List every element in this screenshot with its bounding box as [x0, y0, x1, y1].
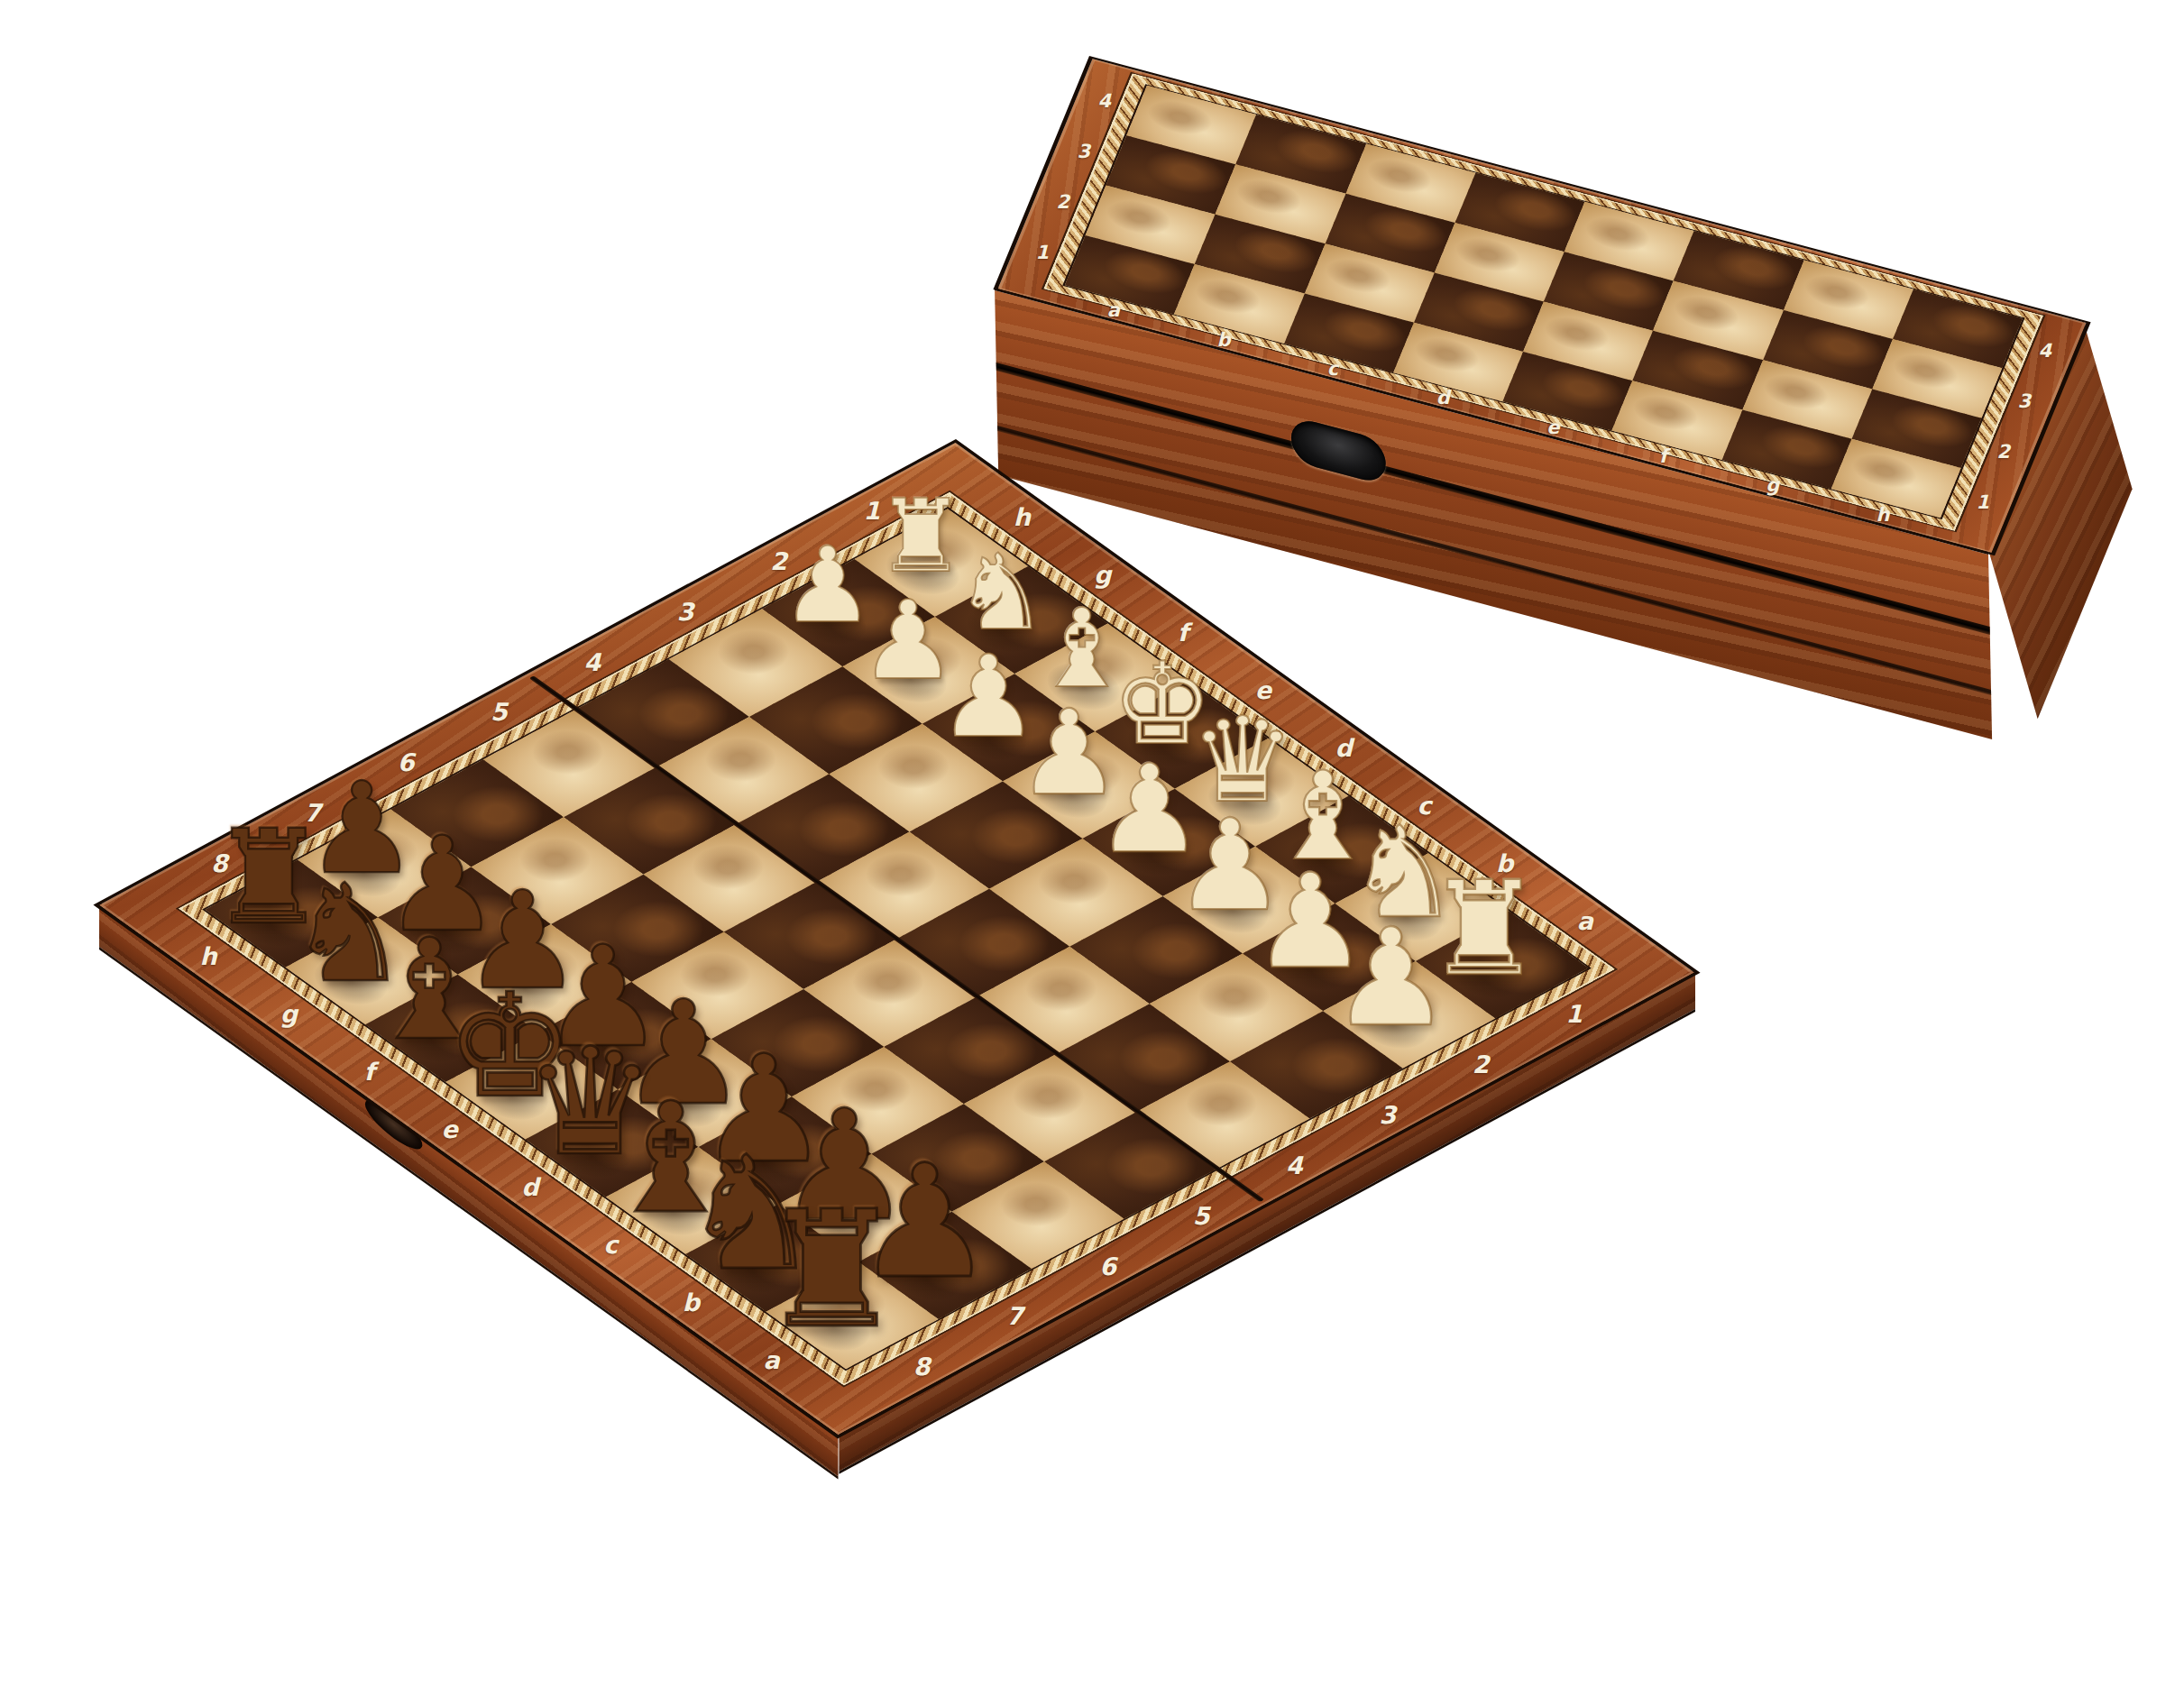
box-file-label: f — [1663, 456, 1671, 478]
black-rook[interactable]: ♜ — [831, 1328, 976, 1489]
rank-label: 6 — [1108, 1266, 1125, 1294]
white-pawn[interactable]: ♟ — [1390, 1026, 1511, 1160]
box-rank-label: 1 — [1042, 252, 1056, 274]
rank-label: 4 — [592, 662, 610, 690]
box-file-label: a — [1114, 310, 1126, 332]
box-file-label: d — [1443, 398, 1456, 419]
box-rank-label: 1 — [1983, 502, 1996, 524]
rank-label: 4 — [1295, 1165, 1312, 1193]
box-file-label: c — [1333, 369, 1344, 390]
box-rank-label: 3 — [2024, 401, 2038, 423]
latch-recess[interactable] — [1291, 416, 1387, 486]
box-rank-label: 4 — [1105, 101, 1118, 123]
box-file-label: e — [1553, 427, 1565, 449]
box-file-label: g — [1773, 486, 1786, 508]
box-file-label: b — [1224, 339, 1237, 361]
box-rank-label: 4 — [2045, 351, 2059, 372]
rank-label: 5 — [499, 712, 516, 740]
box-file-label: h — [1883, 515, 1896, 537]
file-label: a — [1585, 921, 1601, 949]
rank-label: 5 — [1201, 1216, 1218, 1243]
box-rank-label: 3 — [1084, 151, 1097, 173]
rank-label: 3 — [685, 611, 702, 639]
box-rank-label: 2 — [1063, 202, 1077, 224]
box-rank-label: 2 — [2004, 452, 2017, 473]
file-label: h — [208, 957, 225, 985]
product-photo-scene: 44332211abcdefgh 1122334455667788hhggffe… — [0, 0, 2184, 1688]
